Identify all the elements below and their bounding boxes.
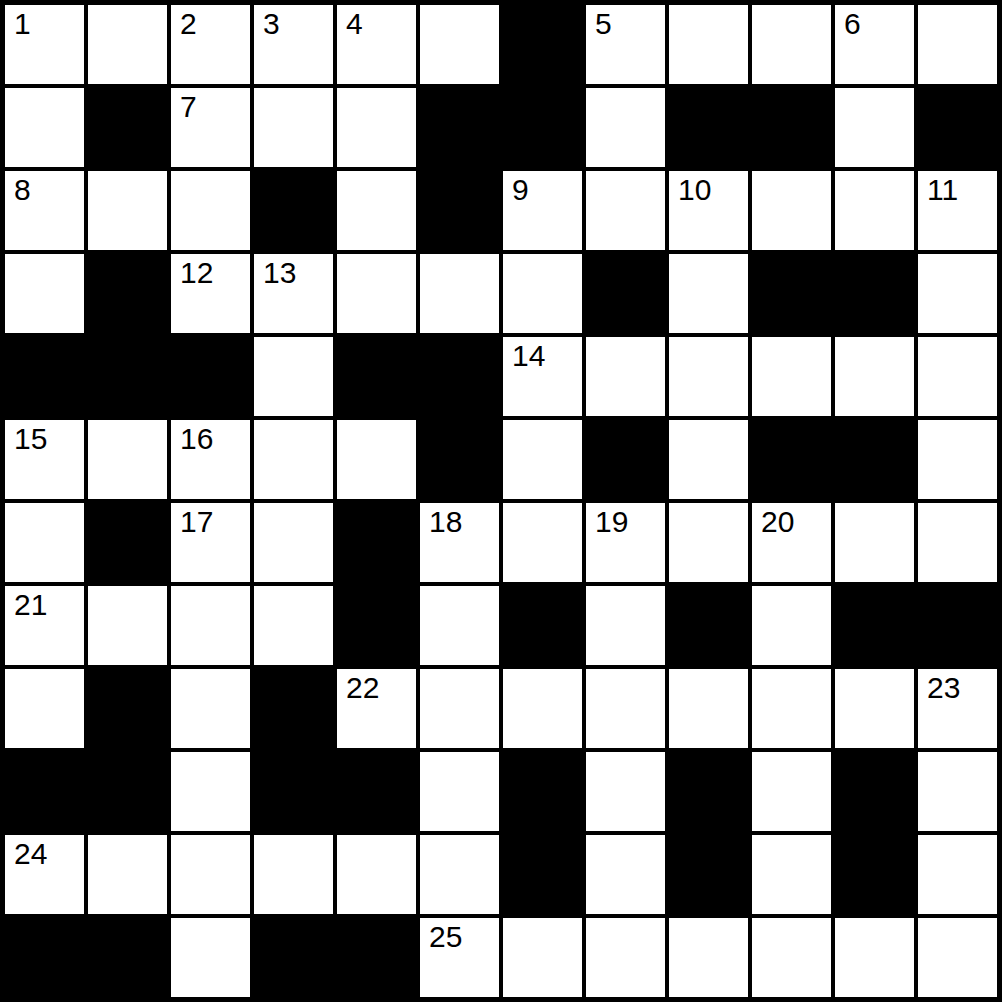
letter-cell[interactable] bbox=[337, 835, 416, 914]
letter-cell[interactable]: 21 bbox=[5, 586, 84, 665]
letter-cell[interactable] bbox=[669, 420, 748, 499]
letter-cell[interactable] bbox=[420, 254, 499, 333]
letter-cell[interactable] bbox=[88, 586, 167, 665]
letter-cell[interactable] bbox=[835, 171, 914, 250]
block-cell bbox=[420, 420, 499, 499]
letter-cell[interactable] bbox=[669, 337, 748, 416]
block-cell bbox=[337, 918, 416, 997]
clue-number: 5 bbox=[595, 7, 612, 42]
block-cell bbox=[88, 752, 167, 831]
letter-cell[interactable] bbox=[586, 835, 665, 914]
letter-cell[interactable] bbox=[669, 5, 748, 84]
letter-cell[interactable] bbox=[669, 918, 748, 997]
letter-cell[interactable]: 1 bbox=[5, 5, 84, 84]
block-cell bbox=[254, 752, 333, 831]
letter-cell[interactable] bbox=[918, 918, 997, 997]
clue-number: 9 bbox=[512, 173, 529, 208]
letter-cell[interactable] bbox=[88, 835, 167, 914]
block-cell bbox=[420, 88, 499, 167]
letter-cell[interactable] bbox=[337, 420, 416, 499]
block-cell bbox=[88, 88, 167, 167]
block-cell bbox=[503, 835, 582, 914]
block-cell bbox=[669, 586, 748, 665]
letter-cell[interactable] bbox=[171, 835, 250, 914]
letter-cell[interactable]: 4 bbox=[337, 5, 416, 84]
letter-cell[interactable]: 24 bbox=[5, 835, 84, 914]
letter-cell[interactable] bbox=[88, 420, 167, 499]
letter-cell[interactable]: 23 bbox=[918, 669, 997, 748]
letter-cell[interactable] bbox=[586, 669, 665, 748]
letter-cell[interactable] bbox=[171, 752, 250, 831]
letter-cell[interactable] bbox=[171, 918, 250, 997]
clue-number: 3 bbox=[263, 7, 280, 42]
letter-cell[interactable] bbox=[586, 171, 665, 250]
letter-cell[interactable] bbox=[918, 752, 997, 831]
letter-cell[interactable] bbox=[254, 503, 333, 582]
letter-cell[interactable] bbox=[669, 503, 748, 582]
letter-cell[interactable]: 13 bbox=[254, 254, 333, 333]
letter-cell[interactable] bbox=[752, 171, 831, 250]
block-cell bbox=[420, 337, 499, 416]
block-cell bbox=[835, 835, 914, 914]
block-cell bbox=[752, 88, 831, 167]
letter-cell[interactable] bbox=[171, 171, 250, 250]
block-cell bbox=[5, 918, 84, 997]
letter-cell[interactable]: 11 bbox=[918, 171, 997, 250]
letter-cell[interactable] bbox=[420, 586, 499, 665]
letter-cell[interactable] bbox=[918, 337, 997, 416]
block-cell bbox=[88, 918, 167, 997]
letter-cell[interactable]: 20 bbox=[752, 503, 831, 582]
letter-cell[interactable] bbox=[420, 835, 499, 914]
clue-number: 24 bbox=[14, 837, 47, 872]
block-cell bbox=[918, 88, 997, 167]
letter-cell[interactable] bbox=[420, 669, 499, 748]
clue-number: 21 bbox=[14, 588, 47, 623]
block-cell bbox=[586, 420, 665, 499]
letter-cell[interactable] bbox=[918, 503, 997, 582]
clue-number: 8 bbox=[14, 173, 31, 208]
block-cell bbox=[669, 88, 748, 167]
letter-cell[interactable] bbox=[337, 88, 416, 167]
letter-cell[interactable] bbox=[752, 835, 831, 914]
letter-cell[interactable] bbox=[835, 337, 914, 416]
letter-cell[interactable]: 10 bbox=[669, 171, 748, 250]
block-cell bbox=[669, 835, 748, 914]
letter-cell[interactable] bbox=[5, 503, 84, 582]
clue-number: 6 bbox=[844, 7, 861, 42]
block-cell bbox=[88, 503, 167, 582]
letter-cell[interactable]: 25 bbox=[420, 918, 499, 997]
letter-cell[interactable] bbox=[254, 835, 333, 914]
letter-cell[interactable] bbox=[337, 171, 416, 250]
letter-cell[interactable] bbox=[586, 586, 665, 665]
block-cell bbox=[835, 254, 914, 333]
block-cell bbox=[337, 586, 416, 665]
letter-cell[interactable] bbox=[669, 669, 748, 748]
letter-cell[interactable] bbox=[918, 420, 997, 499]
letter-cell[interactable]: 15 bbox=[5, 420, 84, 499]
clue-number: 23 bbox=[927, 671, 960, 706]
letter-cell[interactable] bbox=[503, 918, 582, 997]
crossword-grid: 1234567891011121314151617181920212223242… bbox=[0, 0, 1002, 1002]
clue-number: 25 bbox=[429, 920, 462, 955]
letter-cell[interactable] bbox=[88, 5, 167, 84]
clue-number: 22 bbox=[346, 671, 379, 706]
clue-number: 7 bbox=[180, 90, 197, 125]
letter-cell[interactable] bbox=[5, 254, 84, 333]
letter-cell[interactable] bbox=[918, 5, 997, 84]
block-cell bbox=[503, 5, 582, 84]
letter-cell[interactable]: 16 bbox=[171, 420, 250, 499]
letter-cell[interactable] bbox=[503, 669, 582, 748]
block-cell bbox=[254, 171, 333, 250]
clue-number: 12 bbox=[180, 256, 213, 291]
letter-cell[interactable] bbox=[503, 254, 582, 333]
block-cell bbox=[337, 337, 416, 416]
letter-cell[interactable] bbox=[254, 337, 333, 416]
letter-cell[interactable] bbox=[503, 503, 582, 582]
block-cell bbox=[586, 254, 665, 333]
letter-cell[interactable] bbox=[586, 918, 665, 997]
block-cell bbox=[835, 420, 914, 499]
letter-cell[interactable] bbox=[5, 88, 84, 167]
letter-cell[interactable] bbox=[254, 88, 333, 167]
block-cell bbox=[88, 337, 167, 416]
clue-number: 4 bbox=[346, 7, 363, 42]
letter-cell[interactable]: 14 bbox=[503, 337, 582, 416]
letter-cell[interactable]: 19 bbox=[586, 503, 665, 582]
block-cell bbox=[503, 586, 582, 665]
letter-cell[interactable] bbox=[171, 586, 250, 665]
letter-cell[interactable] bbox=[420, 5, 499, 84]
block-cell bbox=[254, 918, 333, 997]
clue-number: 20 bbox=[761, 505, 794, 540]
letter-cell[interactable]: 12 bbox=[171, 254, 250, 333]
letter-cell[interactable]: 18 bbox=[420, 503, 499, 582]
block-cell bbox=[88, 669, 167, 748]
clue-number: 15 bbox=[14, 422, 47, 457]
letter-cell[interactable] bbox=[752, 669, 831, 748]
letter-cell[interactable] bbox=[171, 669, 250, 748]
letter-cell[interactable] bbox=[835, 503, 914, 582]
letter-cell[interactable]: 17 bbox=[171, 503, 250, 582]
letter-cell[interactable] bbox=[752, 752, 831, 831]
block-cell bbox=[503, 752, 582, 831]
block-cell bbox=[420, 171, 499, 250]
clue-number: 13 bbox=[263, 256, 296, 291]
block-cell bbox=[835, 586, 914, 665]
clue-number: 17 bbox=[180, 505, 213, 540]
letter-cell[interactable] bbox=[88, 171, 167, 250]
letter-cell[interactable] bbox=[835, 88, 914, 167]
letter-cell[interactable] bbox=[420, 752, 499, 831]
block-cell bbox=[337, 503, 416, 582]
letter-cell[interactable] bbox=[752, 586, 831, 665]
letter-cell[interactable] bbox=[254, 586, 333, 665]
letter-cell[interactable]: 3 bbox=[254, 5, 333, 84]
letter-cell[interactable] bbox=[918, 835, 997, 914]
letter-cell[interactable] bbox=[586, 337, 665, 416]
block-cell bbox=[254, 669, 333, 748]
letter-cell[interactable]: 22 bbox=[337, 669, 416, 748]
letter-cell[interactable] bbox=[337, 254, 416, 333]
letter-cell[interactable] bbox=[586, 88, 665, 167]
block-cell bbox=[835, 752, 914, 831]
letter-cell[interactable]: 8 bbox=[5, 171, 84, 250]
letter-cell[interactable]: 6 bbox=[835, 5, 914, 84]
letter-cell[interactable] bbox=[752, 5, 831, 84]
block-cell bbox=[752, 420, 831, 499]
clue-number: 1 bbox=[14, 7, 31, 42]
letter-cell[interactable] bbox=[752, 918, 831, 997]
block-cell bbox=[503, 88, 582, 167]
block-cell bbox=[5, 337, 84, 416]
letter-cell[interactable]: 7 bbox=[171, 88, 250, 167]
clue-number: 10 bbox=[678, 173, 711, 208]
letter-cell[interactable]: 9 bbox=[503, 171, 582, 250]
letter-cell[interactable]: 5 bbox=[586, 5, 665, 84]
clue-number: 19 bbox=[595, 505, 628, 540]
clue-number: 2 bbox=[180, 7, 197, 42]
letter-cell[interactable] bbox=[752, 337, 831, 416]
clue-number: 14 bbox=[512, 339, 545, 374]
block-cell bbox=[171, 337, 250, 416]
clue-number: 16 bbox=[180, 422, 213, 457]
letter-cell[interactable] bbox=[669, 254, 748, 333]
clue-number: 18 bbox=[429, 505, 462, 540]
letter-cell[interactable] bbox=[835, 918, 914, 997]
letter-cell[interactable]: 2 bbox=[171, 5, 250, 84]
letter-cell[interactable] bbox=[835, 669, 914, 748]
letter-cell[interactable] bbox=[503, 420, 582, 499]
letter-cell[interactable] bbox=[918, 254, 997, 333]
block-cell bbox=[5, 752, 84, 831]
clue-number: 11 bbox=[927, 173, 958, 208]
block-cell bbox=[918, 586, 997, 665]
letter-cell[interactable] bbox=[5, 669, 84, 748]
letter-cell[interactable] bbox=[586, 752, 665, 831]
block-cell bbox=[337, 752, 416, 831]
block-cell bbox=[669, 752, 748, 831]
block-cell bbox=[88, 254, 167, 333]
letter-cell[interactable] bbox=[254, 420, 333, 499]
block-cell bbox=[752, 254, 831, 333]
